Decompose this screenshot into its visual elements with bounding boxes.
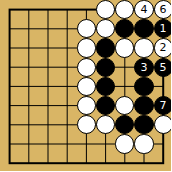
board-cell[interactable] — [154, 134, 172, 153]
board-cell[interactable] — [115, 19, 134, 38]
board-cell[interactable] — [115, 115, 134, 134]
board-cell[interactable] — [38, 154, 57, 172]
board-cell[interactable] — [96, 58, 115, 77]
board-cell[interactable] — [0, 19, 19, 38]
move-number-label: 6 — [160, 4, 167, 15]
white-stone — [77, 115, 96, 134]
black-stone — [96, 77, 115, 96]
board-cell[interactable] — [96, 115, 115, 134]
white-stone — [154, 115, 172, 134]
white-stone: 6 — [154, 0, 172, 19]
white-stone: 4 — [134, 0, 153, 19]
white-stone — [77, 38, 96, 57]
board-cell[interactable] — [58, 96, 77, 115]
board-cell[interactable] — [96, 38, 115, 57]
black-stone — [96, 96, 115, 115]
board-cell[interactable]: 4 — [134, 0, 153, 19]
board-cell[interactable] — [77, 77, 96, 96]
board-cell[interactable] — [134, 77, 153, 96]
black-stone: 1 — [154, 19, 172, 38]
black-stone — [134, 96, 153, 115]
board-cell[interactable] — [96, 77, 115, 96]
move-number-label: 4 — [140, 4, 147, 15]
board-cell[interactable] — [58, 0, 77, 19]
white-stone — [96, 115, 115, 134]
board-cell[interactable] — [154, 77, 172, 96]
board-cell[interactable] — [0, 58, 19, 77]
board-cell[interactable] — [58, 134, 77, 153]
board-cell[interactable] — [77, 38, 96, 57]
board-cell[interactable] — [58, 58, 77, 77]
move-number-label: 7 — [160, 100, 167, 111]
black-stone: 5 — [154, 58, 172, 77]
board-cell[interactable] — [134, 38, 153, 57]
white-stone — [115, 134, 134, 153]
board-cell[interactable] — [134, 154, 153, 172]
board-cell[interactable] — [19, 0, 38, 19]
white-stone — [77, 58, 96, 77]
board-cell[interactable] — [115, 96, 134, 115]
board-cell[interactable] — [58, 77, 77, 96]
board-cell[interactable]: 6 — [154, 0, 172, 19]
board-cell[interactable] — [38, 19, 57, 38]
white-stone — [96, 19, 115, 38]
board-cell[interactable] — [115, 38, 134, 57]
white-stone — [115, 96, 134, 115]
board-cell[interactable] — [19, 38, 38, 57]
board-cell[interactable] — [38, 115, 57, 134]
black-stone — [115, 115, 134, 134]
white-stone: 2 — [154, 38, 172, 57]
board-cell[interactable] — [115, 134, 134, 153]
board-cell[interactable] — [77, 96, 96, 115]
board-cell[interactable]: 7 — [154, 96, 172, 115]
board-cell[interactable] — [38, 58, 57, 77]
board-cell[interactable] — [77, 0, 96, 19]
board-cell[interactable] — [96, 19, 115, 38]
black-stone — [96, 58, 115, 77]
board-cell[interactable] — [19, 19, 38, 38]
board-cell[interactable]: 1 — [154, 19, 172, 38]
board-cell[interactable] — [96, 154, 115, 172]
board-cell[interactable] — [38, 38, 57, 57]
board-cell[interactable] — [58, 19, 77, 38]
board-cell[interactable]: 2 — [154, 38, 172, 57]
black-stone: 7 — [154, 96, 172, 115]
board-cell[interactable] — [96, 134, 115, 153]
board-cell[interactable] — [38, 96, 57, 115]
move-number-label: 2 — [160, 42, 167, 53]
move-number-label: 5 — [160, 62, 167, 73]
black-stone — [134, 19, 153, 38]
board-cell[interactable] — [77, 19, 96, 38]
board-cell[interactable] — [154, 115, 172, 134]
board-cell[interactable] — [96, 96, 115, 115]
board-cell[interactable] — [154, 154, 172, 172]
board-cell[interactable]: 5 — [154, 58, 172, 77]
white-stone — [115, 0, 134, 19]
board-cell[interactable] — [0, 77, 19, 96]
board-cell[interactable] — [0, 0, 19, 19]
move-number-label: 1 — [160, 23, 167, 34]
board-cell[interactable] — [38, 134, 57, 153]
board-cell[interactable] — [58, 154, 77, 172]
go-board: 4612357 — [0, 0, 171, 171]
board-cell[interactable] — [0, 96, 19, 115]
board-cell[interactable] — [58, 115, 77, 134]
white-stone — [115, 38, 134, 57]
black-stone — [134, 77, 153, 96]
board-cell[interactable] — [77, 115, 96, 134]
board-cell[interactable] — [0, 134, 19, 153]
board-cell[interactable] — [77, 154, 96, 172]
board-cell[interactable] — [115, 58, 134, 77]
board-cell[interactable] — [0, 38, 19, 57]
board-cell[interactable] — [115, 154, 134, 172]
white-stone — [77, 96, 96, 115]
board-cell[interactable] — [77, 134, 96, 153]
move-number-label: 3 — [140, 62, 147, 73]
board-cell[interactable] — [134, 96, 153, 115]
board-cell[interactable] — [0, 115, 19, 134]
board-cell[interactable]: 3 — [134, 58, 153, 77]
white-stone — [134, 38, 153, 57]
white-stone — [134, 134, 153, 153]
board-cell[interactable] — [58, 38, 77, 57]
board-cell[interactable] — [19, 134, 38, 153]
board-cell[interactable] — [77, 58, 96, 77]
board-cell[interactable] — [115, 77, 134, 96]
board-cell[interactable] — [19, 115, 38, 134]
board-cell[interactable] — [38, 77, 57, 96]
board-cell[interactable] — [19, 154, 38, 172]
board-grid: 4612357 — [0, 0, 171, 171]
board-cell[interactable] — [134, 19, 153, 38]
black-stone — [115, 19, 134, 38]
board-cell[interactable] — [134, 134, 153, 153]
board-cell[interactable] — [19, 58, 38, 77]
board-cell[interactable] — [115, 0, 134, 19]
board-cell[interactable] — [134, 115, 153, 134]
board-cell[interactable] — [19, 96, 38, 115]
black-stone — [96, 38, 115, 57]
white-stone — [96, 0, 115, 19]
black-stone: 3 — [134, 58, 153, 77]
board-cell[interactable] — [38, 0, 57, 19]
board-cell[interactable] — [0, 154, 19, 172]
white-stone — [77, 77, 96, 96]
black-stone — [134, 115, 153, 134]
white-stone — [77, 19, 96, 38]
board-cell[interactable] — [96, 0, 115, 19]
board-cell[interactable] — [19, 77, 38, 96]
